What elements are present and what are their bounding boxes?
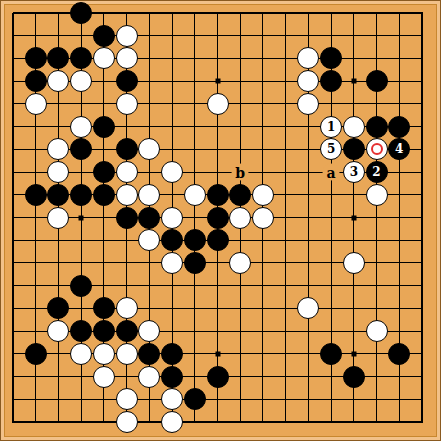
go-diagram: 15432ab: [0, 0, 441, 441]
black-stone-numbered: 2: [366, 161, 388, 183]
black-stone: [70, 320, 92, 342]
move-number-label: 4: [395, 143, 403, 155]
white-stone: [47, 138, 69, 160]
black-stone: [161, 343, 183, 365]
black-stone: [93, 25, 115, 47]
black-stone: [229, 184, 251, 206]
white-stone: [138, 184, 160, 206]
black-stone: [25, 184, 47, 206]
black-stone: [161, 229, 183, 251]
star-point: [79, 215, 84, 220]
black-stone: [343, 366, 365, 388]
red-circle-mark: [371, 143, 383, 155]
white-stone: [252, 207, 274, 229]
black-stone: [161, 366, 183, 388]
black-stone-numbered: 4: [388, 138, 410, 160]
black-stone: [93, 184, 115, 206]
white-stone: [116, 297, 138, 319]
white-stone: [116, 411, 138, 433]
white-stone: [116, 93, 138, 115]
white-stone: [161, 411, 183, 433]
black-stone: [320, 47, 342, 69]
star-point: [351, 79, 356, 84]
black-stone: [70, 275, 92, 297]
black-stone: [138, 207, 160, 229]
white-stone: [343, 252, 365, 274]
white-stone: [25, 93, 47, 115]
star-point: [351, 215, 356, 220]
black-stone: [320, 70, 342, 92]
white-stone: [297, 47, 319, 69]
black-stone: [70, 2, 92, 24]
black-stone: [70, 184, 92, 206]
black-stone: [25, 343, 47, 365]
grid-line-vertical: [421, 13, 423, 424]
grid-line-horizontal: [13, 421, 424, 423]
black-stone: [47, 47, 69, 69]
white-stone-marked: [366, 138, 388, 160]
white-stone: [70, 70, 92, 92]
star-point: [215, 79, 220, 84]
white-stone-numbered: 3: [343, 161, 365, 183]
white-stone: [184, 184, 206, 206]
white-stone: [366, 184, 388, 206]
white-stone: [161, 161, 183, 183]
black-stone: [70, 138, 92, 160]
grid-line-horizontal: [13, 308, 424, 309]
black-stone: [343, 138, 365, 160]
move-number-label: 2: [372, 166, 380, 178]
grid-line-horizontal: [13, 399, 424, 400]
black-stone: [93, 297, 115, 319]
white-stone-numbered: 1: [320, 116, 342, 138]
white-stone: [138, 320, 160, 342]
star-point: [351, 351, 356, 356]
white-stone: [93, 343, 115, 365]
black-stone: [184, 229, 206, 251]
white-stone: [116, 343, 138, 365]
white-stone: [366, 320, 388, 342]
white-stone: [47, 161, 69, 183]
white-stone: [116, 25, 138, 47]
white-stone: [138, 229, 160, 251]
star-point: [215, 351, 220, 356]
white-stone: [252, 184, 274, 206]
white-stone: [93, 366, 115, 388]
white-stone: [70, 343, 92, 365]
black-stone: [116, 320, 138, 342]
point-letter-b: b: [232, 164, 249, 181]
white-stone: [297, 70, 319, 92]
white-stone-numbered: 5: [320, 138, 342, 160]
white-stone: [297, 93, 319, 115]
black-stone: [207, 207, 229, 229]
white-stone: [116, 184, 138, 206]
white-stone: [116, 47, 138, 69]
white-stone: [161, 252, 183, 274]
black-stone: [207, 366, 229, 388]
white-stone: [116, 161, 138, 183]
black-stone: [47, 184, 69, 206]
white-stone: [297, 297, 319, 319]
white-stone: [229, 252, 251, 274]
black-stone: [25, 47, 47, 69]
move-number-label: 3: [350, 166, 358, 178]
white-stone: [47, 70, 69, 92]
white-stone: [70, 116, 92, 138]
black-stone: [47, 297, 69, 319]
black-stone: [93, 116, 115, 138]
black-stone: [93, 161, 115, 183]
black-stone: [366, 116, 388, 138]
black-stone: [388, 116, 410, 138]
white-stone: [161, 207, 183, 229]
black-stone: [93, 320, 115, 342]
move-number-label: 1: [327, 121, 335, 133]
white-stone: [138, 366, 160, 388]
grid-line-vertical: [285, 13, 286, 424]
go-board: 15432ab: [0, 0, 441, 441]
white-stone: [93, 47, 115, 69]
black-stone: [116, 70, 138, 92]
black-stone: [25, 70, 47, 92]
white-stone: [229, 207, 251, 229]
black-stone: [116, 138, 138, 160]
white-stone: [47, 207, 69, 229]
black-stone: [320, 343, 342, 365]
black-stone: [184, 388, 206, 410]
black-stone: [207, 184, 229, 206]
white-stone: [343, 116, 365, 138]
white-stone: [161, 388, 183, 410]
black-stone: [184, 252, 206, 274]
black-stone: [138, 343, 160, 365]
white-stone: [207, 93, 229, 115]
black-stone: [388, 343, 410, 365]
white-stone: [47, 320, 69, 342]
black-stone: [366, 70, 388, 92]
point-letter-a: a: [323, 164, 340, 181]
white-stone: [138, 138, 160, 160]
black-stone: [70, 47, 92, 69]
black-stone: [207, 229, 229, 251]
move-number-label: 5: [327, 143, 335, 155]
black-stone: [116, 207, 138, 229]
white-stone: [116, 388, 138, 410]
